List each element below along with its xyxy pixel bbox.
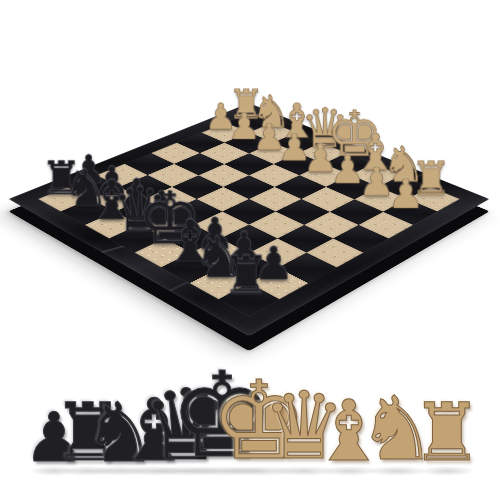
piece-fossil-pawn: ♟ bbox=[204, 98, 237, 134]
piece-shadow bbox=[418, 466, 475, 476]
piece-fossil-bishop: ♝ bbox=[353, 127, 389, 177]
lineup-piece-fossil-rook: ♜ bbox=[411, 396, 483, 470]
piece-fossil-rook: ♜ bbox=[410, 155, 447, 201]
piece-fossil-king: ♚ bbox=[327, 103, 362, 166]
fossil-rook-icon: ♜ bbox=[411, 396, 483, 470]
piece-lineup: ♟♜♞♝♛♚♚♛♝♞♜ bbox=[0, 330, 500, 475]
piece-fossil-queen: ♛ bbox=[301, 101, 336, 155]
piece-fossil-rook: ♜ bbox=[228, 84, 261, 125]
board-square bbox=[249, 212, 304, 239]
board-grid: ♜♞♝♛♚♝♞♜♟♟♟♟♟♟♟♟♟♟♟♟♟♟♟♟♜♞♝♛♚♝♞♜ bbox=[38, 113, 459, 316]
chess-set-product-photo: ♜♞♝♛♚♝♞♜♟♟♟♟♟♟♟♟♟♟♟♟♟♟♟♟♜♞♝♛♚♝♞♜ ♟♜♞♝♛♚♚… bbox=[0, 0, 500, 500]
piece-black-pawn: ♟ bbox=[70, 150, 107, 189]
piece-fossil-knight: ♞ bbox=[381, 140, 418, 189]
piece-black-rook: ♜ bbox=[40, 155, 77, 201]
board-square: ♛ bbox=[109, 225, 165, 253]
chess-board: ♜♞♝♛♚♝♞♜♟♟♟♟♟♟♟♟♟♟♟♟♟♟♟♟♜♞♝♛♚♝♞♜ bbox=[9, 103, 490, 336]
